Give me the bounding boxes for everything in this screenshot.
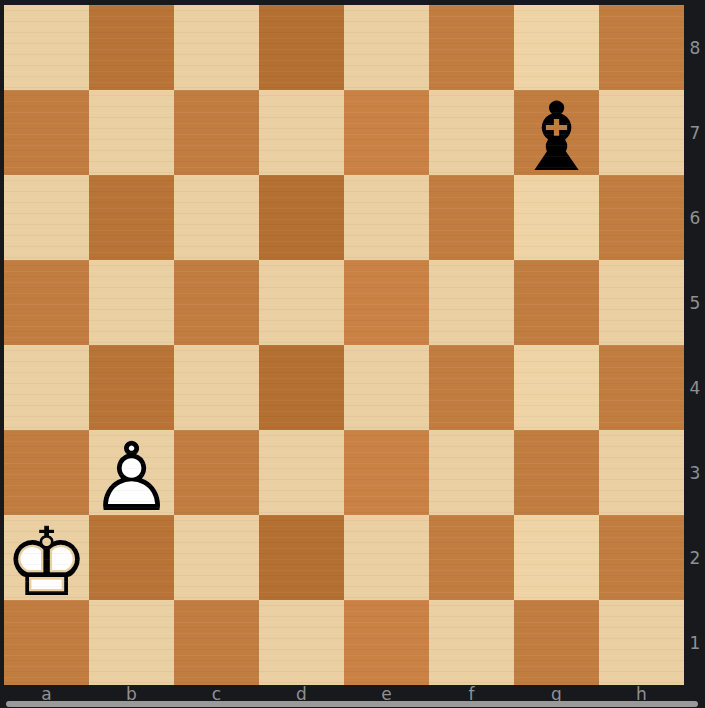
square-f3[interactable] (429, 430, 514, 515)
file-label-g: g (514, 686, 599, 702)
square-g8[interactable] (514, 5, 599, 90)
file-label-f: f (429, 686, 514, 702)
rank-label-7: 7 (685, 90, 705, 175)
rank-label-8: 8 (685, 5, 705, 90)
square-b3[interactable]: ♟♙ (89, 430, 174, 515)
file-label-a: a (4, 686, 89, 702)
square-d5[interactable] (259, 260, 344, 345)
square-h3[interactable] (599, 430, 684, 515)
square-a6[interactable] (4, 175, 89, 260)
square-a7[interactable] (4, 90, 89, 175)
square-b8[interactable] (89, 5, 174, 90)
square-f6[interactable] (429, 175, 514, 260)
square-c4[interactable] (174, 345, 259, 430)
square-h1[interactable] (599, 600, 684, 685)
piece-black-bishop[interactable]: ♝ (514, 90, 599, 185)
square-d1[interactable] (259, 600, 344, 685)
square-c1[interactable] (174, 600, 259, 685)
square-b4[interactable] (89, 345, 174, 430)
square-b5[interactable] (89, 260, 174, 345)
square-e6[interactable] (344, 175, 429, 260)
square-e8[interactable] (344, 5, 429, 90)
square-e4[interactable] (344, 345, 429, 430)
square-d7[interactable] (259, 90, 344, 175)
square-c8[interactable] (174, 5, 259, 90)
square-e5[interactable] (344, 260, 429, 345)
rank-label-2: 2 (685, 515, 705, 600)
rank-labels: 87654321 (685, 5, 705, 685)
rank-label-1: 1 (685, 600, 705, 685)
square-b1[interactable] (89, 600, 174, 685)
square-e3[interactable] (344, 430, 429, 515)
square-a3[interactable] (4, 430, 89, 515)
piece-white-pawn[interactable]: ♟♙ (89, 430, 174, 525)
square-a5[interactable] (4, 260, 89, 345)
square-a1[interactable] (4, 600, 89, 685)
square-a4[interactable] (4, 345, 89, 430)
square-e7[interactable] (344, 90, 429, 175)
page: { "game": "chess", "position": { "fen": … (0, 0, 705, 708)
square-h2[interactable] (599, 515, 684, 600)
square-g2[interactable] (514, 515, 599, 600)
square-c7[interactable] (174, 90, 259, 175)
square-e2[interactable] (344, 515, 429, 600)
square-h7[interactable] (599, 90, 684, 175)
rank-label-5: 5 (685, 260, 705, 345)
file-label-h: h (599, 686, 684, 702)
square-g4[interactable] (514, 345, 599, 430)
square-b7[interactable] (89, 90, 174, 175)
square-a2[interactable]: ♚♔ (4, 515, 89, 600)
rank-label-3: 3 (685, 430, 705, 515)
chess-board: ♝♟♙♚♔ (4, 5, 684, 685)
file-label-b: b (89, 686, 174, 702)
piece-white-king[interactable]: ♚♔ (4, 515, 89, 610)
file-label-d: d (259, 686, 344, 702)
square-b2[interactable] (89, 515, 174, 600)
square-c6[interactable] (174, 175, 259, 260)
square-e1[interactable] (344, 600, 429, 685)
horizontal-scrollbar-thumb[interactable] (6, 701, 698, 707)
square-d4[interactable] (259, 345, 344, 430)
square-g1[interactable] (514, 600, 599, 685)
chess-app: ♝♟♙♚♔ 87654321 abcdefgh (0, 0, 705, 708)
square-b6[interactable] (89, 175, 174, 260)
square-c3[interactable] (174, 430, 259, 515)
square-d6[interactable] (259, 175, 344, 260)
square-c2[interactable] (174, 515, 259, 600)
file-label-c: c (174, 686, 259, 702)
square-f1[interactable] (429, 600, 514, 685)
square-g7[interactable]: ♝ (514, 90, 599, 175)
rank-label-6: 6 (685, 175, 705, 260)
file-label-e: e (344, 686, 429, 702)
square-f8[interactable] (429, 5, 514, 90)
square-f4[interactable] (429, 345, 514, 430)
square-d8[interactable] (259, 5, 344, 90)
square-g5[interactable] (514, 260, 599, 345)
square-d2[interactable] (259, 515, 344, 600)
square-h6[interactable] (599, 175, 684, 260)
square-h4[interactable] (599, 345, 684, 430)
square-g3[interactable] (514, 430, 599, 515)
square-c5[interactable] (174, 260, 259, 345)
square-h5[interactable] (599, 260, 684, 345)
rank-label-4: 4 (685, 345, 705, 430)
file-labels: abcdefgh (4, 686, 684, 702)
square-f5[interactable] (429, 260, 514, 345)
square-d3[interactable] (259, 430, 344, 515)
square-h8[interactable] (599, 5, 684, 90)
square-f2[interactable] (429, 515, 514, 600)
square-f7[interactable] (429, 90, 514, 175)
square-g6[interactable] (514, 175, 599, 260)
square-a8[interactable] (4, 5, 89, 90)
